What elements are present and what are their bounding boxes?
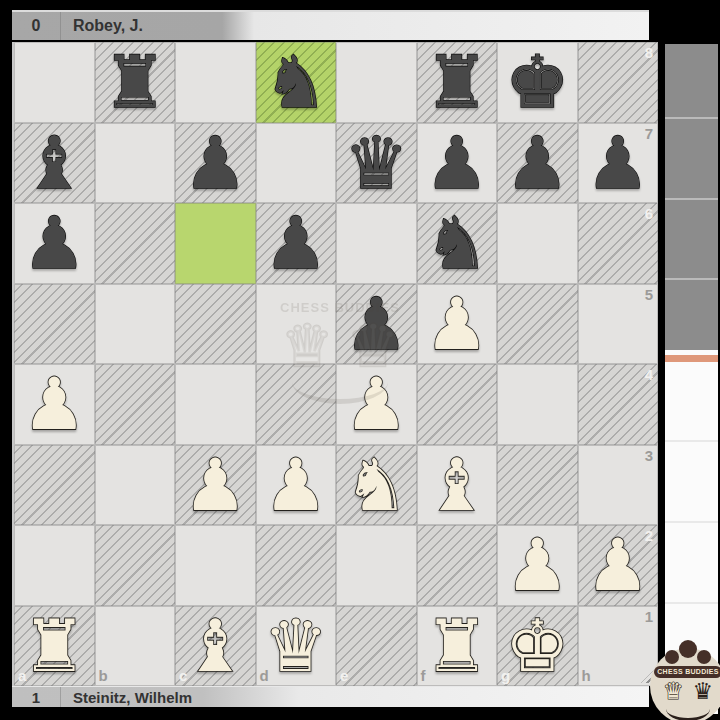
square-e5[interactable]: ♟ <box>336 284 417 365</box>
eval-tick <box>665 521 718 523</box>
square-f2[interactable] <box>417 525 498 606</box>
white-queen[interactable]: ♛ <box>263 610 328 682</box>
square-c4[interactable] <box>175 364 256 445</box>
square-b8[interactable]: ♜ <box>95 42 176 123</box>
white-pawn[interactable]: ♟ <box>22 368 87 440</box>
square-h7[interactable]: ♟7 <box>578 123 659 204</box>
bottom-player-bar: 1 Steinitz, Wilhelm <box>12 686 649 707</box>
eval-tick <box>665 440 718 442</box>
black-queen[interactable]: ♛ <box>344 127 409 199</box>
square-a5[interactable] <box>14 284 95 365</box>
file-label-h: h <box>582 668 591 683</box>
square-b5[interactable] <box>95 284 176 365</box>
square-h8[interactable]: 8 <box>578 42 659 123</box>
rank-label-1: 1 <box>645 609 653 624</box>
black-pawn[interactable]: ♟ <box>585 127 650 199</box>
black-pawn[interactable]: ♟ <box>263 207 328 279</box>
square-e8[interactable] <box>336 42 417 123</box>
chess-board[interactable]: ♜♞♜♚8♝♟♛♟♟♟7♟♟♞6♟♟5♟♟4♟♟♞♝3♟♟2♜ab♝c♛de♜f… <box>12 42 658 686</box>
square-b6[interactable] <box>95 203 176 284</box>
black-knight[interactable]: ♞ <box>424 207 489 279</box>
square-e7[interactable]: ♛ <box>336 123 417 204</box>
rank-label-2: 2 <box>645 528 653 543</box>
square-a2[interactable] <box>14 525 95 606</box>
square-a6[interactable]: ♟ <box>14 203 95 284</box>
square-d6[interactable]: ♟ <box>256 203 337 284</box>
square-h2[interactable]: ♟2 <box>578 525 659 606</box>
square-b7[interactable] <box>95 123 176 204</box>
white-rook[interactable]: ♜ <box>22 610 87 682</box>
black-pawn[interactable]: ♟ <box>424 127 489 199</box>
black-queen-icon: ♛ <box>693 680 714 703</box>
square-g7[interactable]: ♟ <box>497 123 578 204</box>
square-h1[interactable]: 1h <box>578 606 659 687</box>
evaluation-bar-marker <box>665 355 718 362</box>
logo-crown-icon <box>679 640 697 658</box>
black-pawn[interactable]: ♟ <box>183 127 248 199</box>
white-pawn[interactable]: ♟ <box>424 288 489 360</box>
square-c1[interactable]: ♝c <box>175 606 256 687</box>
square-a3[interactable] <box>14 445 95 526</box>
square-c8[interactable] <box>175 42 256 123</box>
square-e1[interactable]: e <box>336 606 417 687</box>
white-pawn[interactable]: ♟ <box>344 368 409 440</box>
square-c7[interactable]: ♟ <box>175 123 256 204</box>
rank-label-5: 5 <box>645 287 653 302</box>
rank-label-6: 6 <box>645 206 653 221</box>
square-g8[interactable]: ♚ <box>497 42 578 123</box>
square-g1[interactable]: ♚g <box>497 606 578 687</box>
file-label-a: a <box>18 668 26 683</box>
eval-tick <box>665 198 718 200</box>
square-c5[interactable] <box>175 284 256 365</box>
square-d5[interactable] <box>256 284 337 365</box>
logo-queens-icon: ♛ ♛ <box>648 680 720 703</box>
square-a8[interactable] <box>14 42 95 123</box>
file-label-c: c <box>179 668 187 683</box>
square-g3[interactable] <box>497 445 578 526</box>
square-g6[interactable] <box>497 203 578 284</box>
bottom-player-name: Steinitz, Wilhelm <box>73 689 192 706</box>
white-bishop[interactable]: ♝ <box>183 610 248 682</box>
square-h4[interactable]: 4 <box>578 364 659 445</box>
square-c6[interactable] <box>175 203 256 284</box>
white-knight[interactable]: ♞ <box>344 449 409 521</box>
rank-label-7: 7 <box>645 126 653 141</box>
square-d3[interactable]: ♟ <box>256 445 337 526</box>
square-g5[interactable] <box>497 284 578 365</box>
square-d4[interactable] <box>256 364 337 445</box>
square-f5[interactable]: ♟ <box>417 284 498 365</box>
top-player-name: Robey, J. <box>73 17 143 35</box>
black-rook[interactable]: ♜ <box>102 46 167 118</box>
file-label-g: g <box>501 668 510 683</box>
square-a7[interactable]: ♝ <box>14 123 95 204</box>
square-e3[interactable]: ♞ <box>336 445 417 526</box>
eval-tick <box>665 117 718 119</box>
square-e2[interactable] <box>336 525 417 606</box>
white-bishop[interactable]: ♝ <box>424 449 489 521</box>
white-rook[interactable]: ♜ <box>424 610 489 682</box>
eval-tick <box>665 278 718 280</box>
square-c2[interactable] <box>175 525 256 606</box>
top-player-bar: 0 Robey, J. <box>12 10 649 40</box>
white-pawn[interactable]: ♟ <box>183 449 248 521</box>
square-c3[interactable]: ♟ <box>175 445 256 526</box>
evaluation-bar-black-portion <box>665 44 718 350</box>
white-queen-icon: ♛ <box>663 680 684 703</box>
square-d7[interactable] <box>256 123 337 204</box>
square-g2[interactable]: ♟ <box>497 525 578 606</box>
bottom-player-score: 1 <box>12 687 61 707</box>
black-knight[interactable]: ♞ <box>263 46 328 118</box>
square-e6[interactable] <box>336 203 417 284</box>
square-a1[interactable]: ♜a <box>14 606 95 687</box>
square-b4[interactable] <box>95 364 176 445</box>
square-d1[interactable]: ♛d <box>256 606 337 687</box>
square-f1[interactable]: ♜f <box>417 606 498 687</box>
square-a4[interactable]: ♟ <box>14 364 95 445</box>
square-f7[interactable]: ♟ <box>417 123 498 204</box>
black-king[interactable]: ♚ <box>505 46 570 118</box>
rank-label-3: 3 <box>645 448 653 463</box>
rank-label-8: 8 <box>645 45 653 60</box>
square-f6[interactable]: ♞ <box>417 203 498 284</box>
file-label-d: d <box>260 668 269 683</box>
logo-ribbon-text: CHESS BUDDIES <box>654 666 720 678</box>
square-h6[interactable]: 6 <box>578 203 659 284</box>
evaluation-bar <box>665 44 718 714</box>
square-h3[interactable]: 3 <box>578 445 659 526</box>
file-label-f: f <box>421 668 426 683</box>
top-player-score: 0 <box>12 12 61 40</box>
square-f8[interactable]: ♜ <box>417 42 498 123</box>
file-label-e: e <box>340 668 348 683</box>
square-f3[interactable]: ♝ <box>417 445 498 526</box>
square-f4[interactable] <box>417 364 498 445</box>
eval-tick <box>665 602 718 604</box>
white-pawn[interactable]: ♟ <box>505 529 570 601</box>
square-d8[interactable]: ♞ <box>256 42 337 123</box>
white-king[interactable]: ♚ <box>505 610 570 682</box>
black-bishop[interactable]: ♝ <box>22 127 87 199</box>
square-g4[interactable] <box>497 364 578 445</box>
black-pawn[interactable]: ♟ <box>505 127 570 199</box>
file-label-b: b <box>99 668 108 683</box>
square-e4[interactable]: ♟ <box>336 364 417 445</box>
black-pawn[interactable]: ♟ <box>344 288 409 360</box>
square-b2[interactable] <box>95 525 176 606</box>
black-rook[interactable]: ♜ <box>424 46 489 118</box>
square-h5[interactable]: 5 <box>578 284 659 365</box>
square-d2[interactable] <box>256 525 337 606</box>
square-b1[interactable]: b <box>95 606 176 687</box>
white-pawn[interactable]: ♟ <box>585 529 650 601</box>
chess-buddies-logo: CHESS BUDDIES ♛ ♛ <box>648 638 720 720</box>
rank-label-4: 4 <box>645 367 653 382</box>
white-pawn[interactable]: ♟ <box>263 449 328 521</box>
square-b3[interactable] <box>95 445 176 526</box>
black-pawn[interactable]: ♟ <box>22 207 87 279</box>
